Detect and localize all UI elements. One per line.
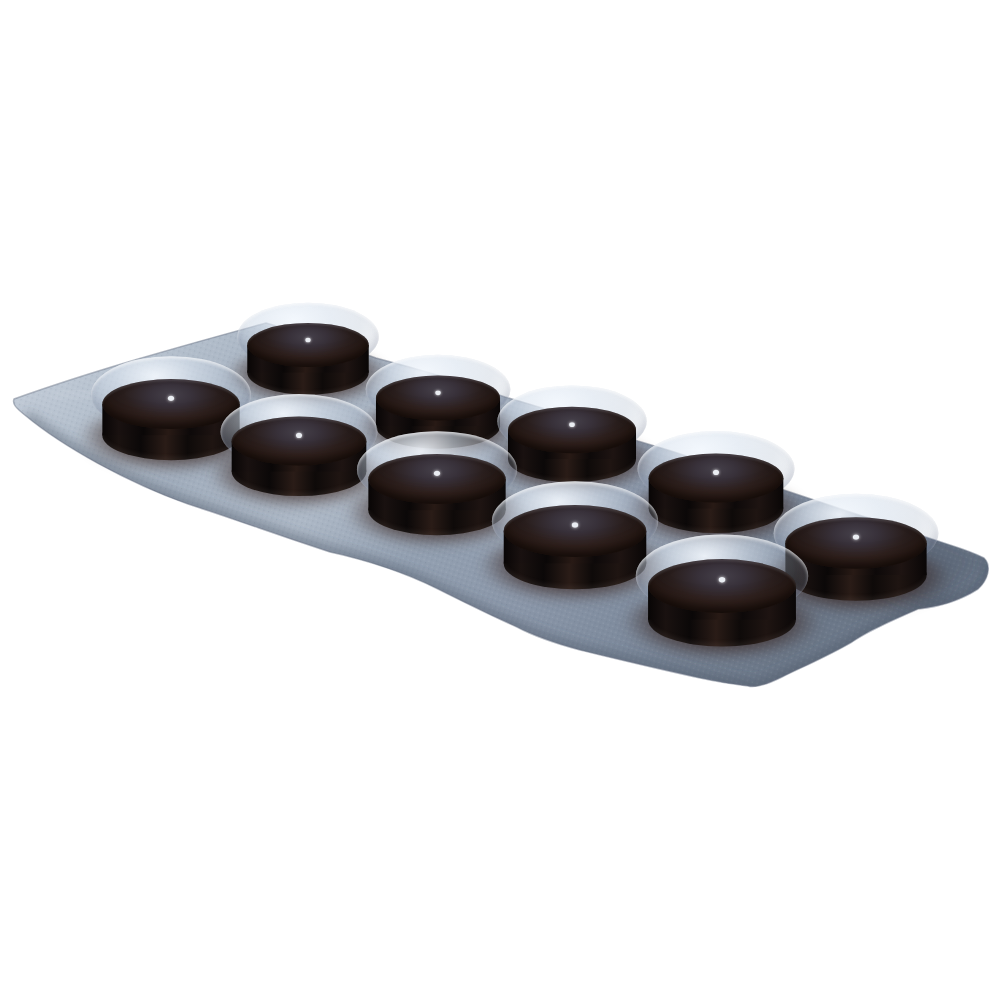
specular-highlight	[435, 390, 441, 395]
specular-highlight	[572, 522, 578, 527]
tablet-top-face	[785, 517, 926, 568]
specular-highlight	[719, 577, 726, 583]
product-photo	[0, 0, 1000, 1000]
tablet-top-face	[102, 379, 239, 429]
tablet-top-face	[648, 559, 796, 613]
tablet-top-face	[504, 505, 647, 557]
tablet-top-face	[508, 407, 636, 454]
tablet-grid	[0, 0, 1000, 1000]
tablet-top-face	[649, 454, 784, 503]
specular-highlight	[713, 470, 719, 475]
specular-highlight	[853, 534, 859, 539]
tablet-top-face	[368, 454, 505, 504]
specular-highlight	[296, 433, 302, 438]
specular-highlight	[168, 396, 174, 401]
specular-highlight	[434, 471, 440, 476]
tablet-top-face	[232, 417, 367, 466]
tablet-top-face	[376, 375, 500, 420]
specular-highlight	[305, 338, 311, 343]
specular-highlight	[569, 422, 575, 427]
tablet-top-face	[247, 323, 368, 367]
